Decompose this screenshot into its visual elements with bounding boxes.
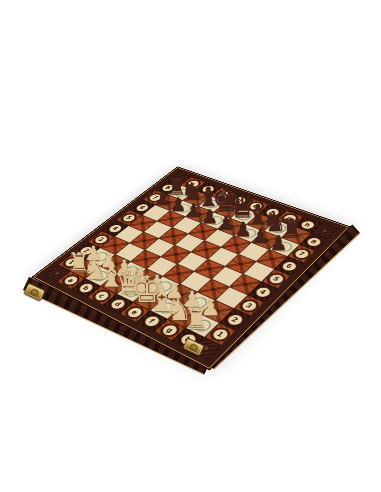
rank-label: 8 [304, 236, 323, 248]
rank-label: 7 [291, 248, 311, 260]
file-label: d [107, 297, 127, 311]
rank-label: 2 [224, 312, 245, 327]
board-scene: abcdefgh8♜♞♝♚♛♝♞♜87♟♟♟♟♟♟♟♟7665544332♟♟♟… [0, 0, 381, 492]
file-label: f [141, 314, 162, 329]
rank-label: 4 [252, 285, 273, 299]
rank-label: 6 [279, 260, 299, 273]
rank-label: 3 [238, 298, 259, 312]
rank-label: 1 [209, 326, 231, 341]
white-rook: ♜ [183, 306, 207, 332]
black-pawn: ♟ [267, 234, 289, 253]
square-e4 [177, 252, 208, 271]
page-background: abcdefgh8♜♞♝♚♛♝♞♜87♟♟♟♟♟♟♟♟7665544332♟♟♟… [0, 0, 381, 492]
rank-label: 5 [120, 213, 138, 223]
chess-board: abcdefgh8♜♞♝♚♛♝♞♜87♟♟♟♟♟♟♟♟7665544332♟♟♟… [44, 172, 338, 359]
square-d4 [160, 245, 190, 264]
